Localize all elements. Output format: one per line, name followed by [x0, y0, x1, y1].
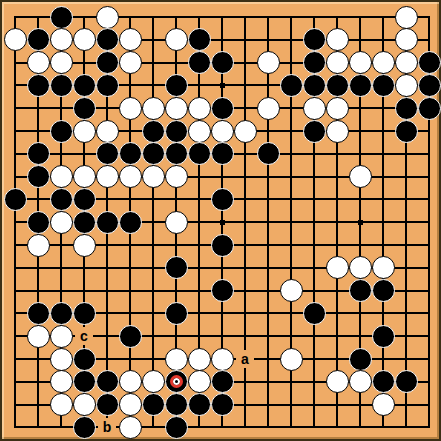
white-stone: [73, 120, 96, 143]
black-stone: [50, 188, 73, 211]
white-stone: [50, 28, 73, 51]
white-stone: [96, 165, 119, 188]
black-stone: [4, 188, 27, 211]
black-stone: [165, 120, 188, 143]
white-stone: [234, 120, 257, 143]
black-stone: [188, 142, 211, 165]
black-stone: [96, 28, 119, 51]
black-stone: [96, 74, 119, 97]
black-stone: [96, 393, 119, 416]
white-stone: [119, 370, 142, 393]
red-circle-mark: [170, 375, 183, 388]
black-stone: [50, 6, 73, 29]
star-point: [220, 220, 225, 225]
white-stone: [280, 279, 303, 302]
white-stone: [326, 97, 349, 120]
black-stone: [188, 28, 211, 51]
white-stone: [211, 120, 234, 143]
white-stone: [257, 51, 280, 74]
white-stone: [165, 348, 188, 371]
black-stone: [280, 74, 303, 97]
white-stone: [119, 393, 142, 416]
black-stone: [211, 51, 234, 74]
white-stone: [188, 348, 211, 371]
black-stone: [372, 370, 395, 393]
white-stone: [142, 97, 165, 120]
white-stone: [119, 416, 142, 439]
white-stone: [96, 120, 119, 143]
black-stone: [418, 51, 441, 74]
black-stone: [27, 211, 50, 234]
white-stone: [372, 393, 395, 416]
white-stone: [372, 256, 395, 279]
white-stone: [50, 393, 73, 416]
black-stone: [165, 393, 188, 416]
black-stone: [349, 74, 372, 97]
white-stone: [188, 370, 211, 393]
black-stone: [303, 302, 326, 325]
black-stone: [73, 74, 96, 97]
black-stone: [188, 51, 211, 74]
white-stone: [188, 97, 211, 120]
black-stone: [372, 74, 395, 97]
white-stone: [326, 51, 349, 74]
black-stone: [211, 142, 234, 165]
black-stone: [165, 74, 188, 97]
point-label-a: a: [236, 350, 254, 368]
black-stone: [96, 142, 119, 165]
white-stone: [50, 325, 73, 348]
black-stone: [303, 74, 326, 97]
white-stone: [27, 234, 50, 257]
black-stone: [73, 211, 96, 234]
black-stone: [142, 120, 165, 143]
white-stone: [27, 51, 50, 74]
black-stone: [73, 370, 96, 393]
black-stone: [119, 325, 142, 348]
black-stone: [27, 28, 50, 51]
white-stone: [188, 120, 211, 143]
white-stone: [119, 97, 142, 120]
white-stone: [4, 28, 27, 51]
black-stone: [50, 74, 73, 97]
white-stone: [303, 97, 326, 120]
black-stone: [372, 325, 395, 348]
go-board: abc: [0, 0, 441, 441]
white-stone: [50, 370, 73, 393]
white-stone: [165, 165, 188, 188]
star-point: [358, 220, 363, 225]
white-stone: [50, 165, 73, 188]
white-stone: [326, 28, 349, 51]
black-stone: [142, 142, 165, 165]
black-stone: [73, 416, 96, 439]
black-stone: [27, 74, 50, 97]
white-stone: [280, 348, 303, 371]
black-stone: [211, 97, 234, 120]
black-stone: [395, 97, 418, 120]
black-stone: [211, 279, 234, 302]
white-stone: [142, 370, 165, 393]
black-stone: [119, 211, 142, 234]
black-stone: [211, 188, 234, 211]
white-stone: [395, 28, 418, 51]
white-stone: [349, 51, 372, 74]
white-stone: [257, 97, 280, 120]
white-stone: [73, 28, 96, 51]
black-stone: [211, 393, 234, 416]
white-stone: [50, 51, 73, 74]
black-stone: [73, 302, 96, 325]
white-stone: [211, 348, 234, 371]
black-stone: [418, 97, 441, 120]
black-stone: [27, 142, 50, 165]
black-stone: [73, 188, 96, 211]
white-stone: [96, 6, 119, 29]
white-stone: [142, 165, 165, 188]
white-stone: [119, 165, 142, 188]
star-point: [220, 83, 225, 88]
white-stone: [326, 256, 349, 279]
white-stone: [395, 74, 418, 97]
black-stone: [96, 211, 119, 234]
black-stone: [188, 393, 211, 416]
black-stone: [165, 142, 188, 165]
white-stone: [326, 120, 349, 143]
white-stone: [119, 51, 142, 74]
black-stone: [165, 256, 188, 279]
white-stone: [395, 6, 418, 29]
black-stone: [165, 302, 188, 325]
white-stone: [349, 165, 372, 188]
black-stone: [395, 120, 418, 143]
black-stone: [73, 97, 96, 120]
white-stone: [349, 370, 372, 393]
black-stone: [372, 279, 395, 302]
go-diagram: abc: [0, 0, 441, 441]
white-stone: [349, 256, 372, 279]
white-stone: [73, 393, 96, 416]
point-label-b: b: [98, 418, 116, 436]
black-stone: [27, 302, 50, 325]
black-stone: [50, 120, 73, 143]
black-stone: [326, 74, 349, 97]
black-stone: [73, 348, 96, 371]
black-stone: [418, 74, 441, 97]
black-stone: [96, 370, 119, 393]
black-stone: [165, 416, 188, 439]
grid-line-vertical: [267, 16, 269, 428]
white-stone: [73, 165, 96, 188]
white-stone: [165, 28, 188, 51]
white-stone: [372, 51, 395, 74]
black-stone: [211, 370, 234, 393]
black-stone: [303, 28, 326, 51]
white-stone: [50, 211, 73, 234]
black-stone: [349, 279, 372, 302]
white-stone: [73, 234, 96, 257]
white-stone: [165, 97, 188, 120]
point-label-c: c: [75, 327, 93, 345]
white-stone: [27, 325, 50, 348]
black-stone: [119, 142, 142, 165]
black-stone: [50, 302, 73, 325]
black-stone: [211, 234, 234, 257]
black-stone: [142, 393, 165, 416]
white-stone: [50, 348, 73, 371]
black-stone: [257, 142, 280, 165]
white-stone: [119, 28, 142, 51]
black-stone: [27, 165, 50, 188]
white-stone: [395, 51, 418, 74]
black-stone: [303, 120, 326, 143]
black-stone: [349, 348, 372, 371]
white-stone: [165, 211, 188, 234]
black-stone: [303, 51, 326, 74]
black-stone: [395, 370, 418, 393]
white-stone: [326, 370, 349, 393]
black-stone: [96, 51, 119, 74]
